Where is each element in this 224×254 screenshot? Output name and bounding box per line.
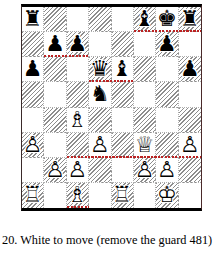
square-f3: ♛♕: [134, 133, 156, 158]
square-h2: [179, 158, 201, 183]
square-c5: [67, 82, 89, 107]
white-bishop-c1-icon: ♝♗: [67, 183, 88, 208]
square-c8: [67, 7, 89, 32]
square-h8: ♜: [179, 7, 201, 32]
square-b1: [44, 183, 66, 208]
black-rook-h8-icon: ♜: [179, 7, 201, 31]
black-pawn-b7-icon: ♟: [44, 32, 65, 56]
white-pawn-g2-icon: ♟♙: [156, 158, 177, 182]
board-grid: ♜♝♚♜♟♟♟♟♛♝♟♞♝♗♟♙♟♙♛♕♟♙♟♙♟♙♟♙♟♙♜♖♝♗♜♖♚♔: [22, 7, 201, 208]
square-g7: ♟: [156, 32, 178, 57]
square-c4: ♝♗: [67, 108, 89, 133]
square-g1: ♚♔: [156, 183, 178, 208]
square-f2: ♟♙: [134, 158, 156, 183]
square-d4: [89, 108, 111, 133]
square-a6: ♟: [22, 57, 44, 82]
square-a4: [22, 108, 44, 133]
square-a2: [22, 158, 44, 183]
white-pawn-f2-icon: ♟♙: [134, 158, 155, 182]
black-pawn-g7-icon: ♟: [156, 32, 177, 56]
square-g6: [156, 57, 178, 82]
chess-diagram-page: ♜♝♚♜♟♟♟♟♛♝♟♞♝♗♟♙♟♙♛♕♟♙♟♙♟♙♟♙♟♙♜♖♝♗♜♖♚♔ 2…: [0, 0, 224, 254]
square-b6: [44, 57, 66, 82]
square-c6: [67, 57, 89, 82]
square-d3: ♟♙: [89, 133, 111, 158]
diagram-caption: 20. White to move (remove the guard 481): [2, 233, 224, 248]
square-f8: ♝: [134, 7, 156, 32]
square-g3: [156, 133, 178, 158]
square-c1: ♝♗: [67, 183, 89, 208]
white-pawn-b2-icon: ♟♙: [44, 158, 65, 182]
black-rook-a8-icon: ♜: [22, 7, 43, 31]
square-f6: [134, 57, 156, 82]
white-bishop-c4-icon: ♝♗: [67, 108, 88, 132]
white-king-g1-icon: ♚♔: [156, 183, 177, 208]
square-c2: ♟♙: [67, 158, 89, 183]
square-a1: ♜♖: [22, 183, 44, 208]
square-d5: ♞: [89, 82, 111, 107]
square-a3: ♟♙: [22, 133, 44, 158]
black-queen-d6-icon: ♛: [89, 57, 110, 81]
square-h5: [179, 82, 201, 107]
white-queen-f3-icon: ♛♕: [134, 133, 155, 157]
square-a8: ♜: [22, 7, 44, 32]
black-pawn-a6-icon: ♟: [22, 57, 43, 81]
square-a5: [22, 82, 44, 107]
square-c7: ♟: [67, 32, 89, 57]
white-pawn-h3-icon: ♟♙: [179, 133, 201, 157]
square-c3: [67, 133, 89, 158]
square-b8: [44, 7, 66, 32]
square-b7: ♟: [44, 32, 66, 57]
black-pawn-h6-icon: ♟: [179, 57, 201, 81]
square-d6: ♛: [89, 57, 111, 82]
square-g5: [156, 82, 178, 107]
square-d2: [89, 158, 111, 183]
square-f1: [134, 183, 156, 208]
white-pawn-d3-icon: ♟♙: [89, 133, 110, 157]
square-e3: [112, 133, 134, 158]
square-e4: [112, 108, 134, 133]
white-rook-a1-icon: ♜♖: [22, 183, 43, 208]
square-f5: [134, 82, 156, 107]
square-e6: ♝: [112, 57, 134, 82]
square-b4: [44, 108, 66, 133]
black-bishop-e6-icon: ♝: [112, 57, 133, 81]
square-h7: [179, 32, 201, 57]
square-f7: [134, 32, 156, 57]
square-h6: ♟: [179, 57, 201, 82]
white-pawn-c2-icon: ♟♙: [67, 158, 88, 182]
square-d7: [89, 32, 111, 57]
square-d1: [89, 183, 111, 208]
square-g4: [156, 108, 178, 133]
white-pawn-a3-icon: ♟♙: [22, 133, 43, 157]
black-king-g8-icon: ♚: [156, 7, 177, 31]
square-h1: [179, 183, 201, 208]
square-e5: [112, 82, 134, 107]
square-h3: ♟♙: [179, 133, 201, 158]
white-rook-e1-icon: ♜♖: [112, 183, 133, 208]
chess-board: ♜♝♚♜♟♟♟♟♛♝♟♞♝♗♟♙♟♙♛♕♟♙♟♙♟♙♟♙♟♙♜♖♝♗♜♖♚♔: [21, 4, 202, 211]
square-e8: [112, 7, 134, 32]
black-bishop-f8-icon: ♝: [134, 7, 155, 31]
square-g8: ♚: [156, 7, 178, 32]
square-e7: [112, 32, 134, 57]
square-e2: [112, 158, 134, 183]
square-b3: [44, 133, 66, 158]
square-h4: [179, 108, 201, 133]
black-knight-d5-icon: ♞: [89, 82, 110, 106]
square-e1: ♜♖: [112, 183, 134, 208]
square-a7: [22, 32, 44, 57]
square-b5: [44, 82, 66, 107]
square-d8: [89, 7, 111, 32]
black-pawn-c7-icon: ♟: [67, 32, 88, 56]
square-f4: [134, 108, 156, 133]
square-g2: ♟♙: [156, 158, 178, 183]
square-b2: ♟♙: [44, 158, 66, 183]
